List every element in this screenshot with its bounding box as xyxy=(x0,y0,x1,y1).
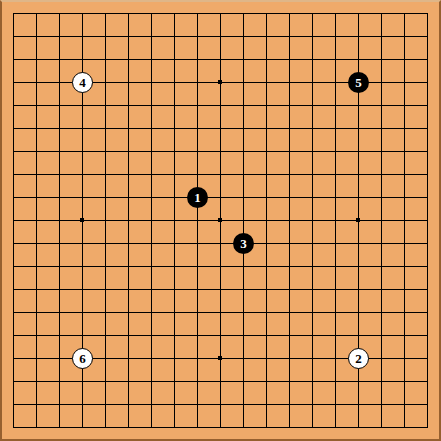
intersection-C3[interactable] xyxy=(48,370,71,393)
intersection-L15[interactable] xyxy=(232,94,255,117)
intersection-O9[interactable] xyxy=(301,232,324,255)
intersection-P4[interactable] xyxy=(324,347,347,370)
intersection-T16[interactable] xyxy=(416,71,439,94)
intersection-L12[interactable] xyxy=(232,163,255,186)
intersection-H11[interactable] xyxy=(163,186,186,209)
intersection-O10[interactable] xyxy=(301,209,324,232)
intersection-C9[interactable] xyxy=(48,232,71,255)
intersection-S3[interactable] xyxy=(393,370,416,393)
intersection-P13[interactable] xyxy=(324,140,347,163)
intersection-E6[interactable] xyxy=(94,301,117,324)
intersection-F4[interactable] xyxy=(117,347,140,370)
intersection-P15[interactable] xyxy=(324,94,347,117)
intersection-R11[interactable] xyxy=(370,186,393,209)
intersection-E18[interactable] xyxy=(94,25,117,48)
intersection-S2[interactable] xyxy=(393,393,416,416)
intersection-S10[interactable] xyxy=(393,209,416,232)
intersection-Q6[interactable] xyxy=(347,301,370,324)
intersection-A11[interactable] xyxy=(2,186,25,209)
intersection-L13[interactable] xyxy=(232,140,255,163)
intersection-J9[interactable] xyxy=(186,232,209,255)
intersection-F1[interactable] xyxy=(117,416,140,439)
intersection-D10[interactable] xyxy=(71,209,94,232)
intersection-B2[interactable] xyxy=(25,393,48,416)
intersection-K14[interactable] xyxy=(209,117,232,140)
intersection-A17[interactable] xyxy=(2,48,25,71)
intersection-P5[interactable] xyxy=(324,324,347,347)
intersection-M3[interactable] xyxy=(255,370,278,393)
intersection-M17[interactable] xyxy=(255,48,278,71)
intersection-R16[interactable] xyxy=(370,71,393,94)
intersection-J7[interactable] xyxy=(186,278,209,301)
intersection-B4[interactable] xyxy=(25,347,48,370)
intersection-J6[interactable] xyxy=(186,301,209,324)
intersection-C16[interactable] xyxy=(48,71,71,94)
intersection-D16[interactable]: 4 xyxy=(71,71,94,94)
intersection-G12[interactable] xyxy=(140,163,163,186)
intersection-Q1[interactable] xyxy=(347,416,370,439)
intersection-M14[interactable] xyxy=(255,117,278,140)
intersection-O5[interactable] xyxy=(301,324,324,347)
intersection-P12[interactable] xyxy=(324,163,347,186)
intersection-K3[interactable] xyxy=(209,370,232,393)
intersection-M12[interactable] xyxy=(255,163,278,186)
intersection-D3[interactable] xyxy=(71,370,94,393)
intersection-O15[interactable] xyxy=(301,94,324,117)
intersection-C7[interactable] xyxy=(48,278,71,301)
intersection-C17[interactable] xyxy=(48,48,71,71)
intersection-H18[interactable] xyxy=(163,25,186,48)
intersection-A19[interactable] xyxy=(2,2,25,25)
intersection-E16[interactable] xyxy=(94,71,117,94)
intersection-M2[interactable] xyxy=(255,393,278,416)
intersection-C5[interactable] xyxy=(48,324,71,347)
intersection-M4[interactable] xyxy=(255,347,278,370)
intersection-J19[interactable] xyxy=(186,2,209,25)
intersection-O17[interactable] xyxy=(301,48,324,71)
intersection-C4[interactable] xyxy=(48,347,71,370)
intersection-J18[interactable] xyxy=(186,25,209,48)
intersection-E19[interactable] xyxy=(94,2,117,25)
intersection-F5[interactable] xyxy=(117,324,140,347)
intersection-A6[interactable] xyxy=(2,301,25,324)
intersection-A3[interactable] xyxy=(2,370,25,393)
intersection-J2[interactable] xyxy=(186,393,209,416)
intersection-O13[interactable] xyxy=(301,140,324,163)
intersection-F17[interactable] xyxy=(117,48,140,71)
stone-black-5[interactable]: 5 xyxy=(348,72,369,93)
intersection-A8[interactable] xyxy=(2,255,25,278)
intersection-O8[interactable] xyxy=(301,255,324,278)
intersection-Q12[interactable] xyxy=(347,163,370,186)
intersection-Q2[interactable] xyxy=(347,393,370,416)
intersection-O14[interactable] xyxy=(301,117,324,140)
intersection-R19[interactable] xyxy=(370,2,393,25)
intersection-D19[interactable] xyxy=(71,2,94,25)
intersection-C6[interactable] xyxy=(48,301,71,324)
intersection-G3[interactable] xyxy=(140,370,163,393)
intersection-H17[interactable] xyxy=(163,48,186,71)
intersection-L1[interactable] xyxy=(232,416,255,439)
intersection-P19[interactable] xyxy=(324,2,347,25)
intersection-B3[interactable] xyxy=(25,370,48,393)
intersection-G9[interactable] xyxy=(140,232,163,255)
intersection-F18[interactable] xyxy=(117,25,140,48)
intersection-B5[interactable] xyxy=(25,324,48,347)
intersection-B18[interactable] xyxy=(25,25,48,48)
intersection-J14[interactable] xyxy=(186,117,209,140)
intersection-N2[interactable] xyxy=(278,393,301,416)
intersection-K13[interactable] xyxy=(209,140,232,163)
intersection-H16[interactable] xyxy=(163,71,186,94)
intersection-P18[interactable] xyxy=(324,25,347,48)
intersection-B7[interactable] xyxy=(25,278,48,301)
intersection-S16[interactable] xyxy=(393,71,416,94)
intersection-D18[interactable] xyxy=(71,25,94,48)
stone-white-2[interactable]: 2 xyxy=(348,348,369,369)
intersection-L17[interactable] xyxy=(232,48,255,71)
intersection-P1[interactable] xyxy=(324,416,347,439)
intersection-A10[interactable] xyxy=(2,209,25,232)
intersection-E9[interactable] xyxy=(94,232,117,255)
intersection-C11[interactable] xyxy=(48,186,71,209)
intersection-Q7[interactable] xyxy=(347,278,370,301)
intersection-F15[interactable] xyxy=(117,94,140,117)
intersection-D6[interactable] xyxy=(71,301,94,324)
intersection-Q19[interactable] xyxy=(347,2,370,25)
intersection-O11[interactable] xyxy=(301,186,324,209)
stone-white-4[interactable]: 4 xyxy=(72,72,93,93)
intersection-N11[interactable] xyxy=(278,186,301,209)
intersection-S15[interactable] xyxy=(393,94,416,117)
intersection-K12[interactable] xyxy=(209,163,232,186)
intersection-D14[interactable] xyxy=(71,117,94,140)
intersection-K2[interactable] xyxy=(209,393,232,416)
intersection-J15[interactable] xyxy=(186,94,209,117)
intersection-K10[interactable] xyxy=(209,209,232,232)
intersection-E7[interactable] xyxy=(94,278,117,301)
intersection-J13[interactable] xyxy=(186,140,209,163)
intersection-O1[interactable] xyxy=(301,416,324,439)
intersection-A15[interactable] xyxy=(2,94,25,117)
intersection-L16[interactable] xyxy=(232,71,255,94)
intersection-P7[interactable] xyxy=(324,278,347,301)
intersection-A7[interactable] xyxy=(2,278,25,301)
intersection-D7[interactable] xyxy=(71,278,94,301)
intersection-T14[interactable] xyxy=(416,117,439,140)
intersection-K6[interactable] xyxy=(209,301,232,324)
intersection-K11[interactable] xyxy=(209,186,232,209)
intersection-P11[interactable] xyxy=(324,186,347,209)
intersection-O19[interactable] xyxy=(301,2,324,25)
intersection-A13[interactable] xyxy=(2,140,25,163)
intersection-B11[interactable] xyxy=(25,186,48,209)
intersection-Q15[interactable] xyxy=(347,94,370,117)
intersection-S12[interactable] xyxy=(393,163,416,186)
intersection-P2[interactable] xyxy=(324,393,347,416)
intersection-O2[interactable] xyxy=(301,393,324,416)
intersection-L19[interactable] xyxy=(232,2,255,25)
intersection-S1[interactable] xyxy=(393,416,416,439)
intersection-H9[interactable] xyxy=(163,232,186,255)
intersection-R1[interactable] xyxy=(370,416,393,439)
intersection-P16[interactable] xyxy=(324,71,347,94)
intersection-K5[interactable] xyxy=(209,324,232,347)
intersection-E8[interactable] xyxy=(94,255,117,278)
intersection-P10[interactable] xyxy=(324,209,347,232)
intersection-J5[interactable] xyxy=(186,324,209,347)
intersection-N18[interactable] xyxy=(278,25,301,48)
intersection-R18[interactable] xyxy=(370,25,393,48)
intersection-G7[interactable] xyxy=(140,278,163,301)
intersection-M7[interactable] xyxy=(255,278,278,301)
intersection-H2[interactable] xyxy=(163,393,186,416)
intersection-P6[interactable] xyxy=(324,301,347,324)
intersection-T15[interactable] xyxy=(416,94,439,117)
intersection-K8[interactable] xyxy=(209,255,232,278)
intersection-R5[interactable] xyxy=(370,324,393,347)
intersection-N15[interactable] xyxy=(278,94,301,117)
intersection-E4[interactable] xyxy=(94,347,117,370)
intersection-B19[interactable] xyxy=(25,2,48,25)
intersection-N12[interactable] xyxy=(278,163,301,186)
intersection-N9[interactable] xyxy=(278,232,301,255)
intersection-C13[interactable] xyxy=(48,140,71,163)
intersection-R4[interactable] xyxy=(370,347,393,370)
intersection-K15[interactable] xyxy=(209,94,232,117)
intersection-G5[interactable] xyxy=(140,324,163,347)
intersection-F3[interactable] xyxy=(117,370,140,393)
intersection-H1[interactable] xyxy=(163,416,186,439)
intersection-J11[interactable]: 1 xyxy=(186,186,209,209)
intersection-F16[interactable] xyxy=(117,71,140,94)
intersection-Q16[interactable]: 5 xyxy=(347,71,370,94)
intersection-T5[interactable] xyxy=(416,324,439,347)
intersection-G4[interactable] xyxy=(140,347,163,370)
intersection-A2[interactable] xyxy=(2,393,25,416)
stone-black-3[interactable]: 3 xyxy=(233,233,254,254)
intersection-C15[interactable] xyxy=(48,94,71,117)
intersection-A14[interactable] xyxy=(2,117,25,140)
intersection-S7[interactable] xyxy=(393,278,416,301)
intersection-P9[interactable] xyxy=(324,232,347,255)
intersection-J8[interactable] xyxy=(186,255,209,278)
intersection-M18[interactable] xyxy=(255,25,278,48)
intersection-F2[interactable] xyxy=(117,393,140,416)
intersection-C2[interactable] xyxy=(48,393,71,416)
intersection-Q11[interactable] xyxy=(347,186,370,209)
intersection-O18[interactable] xyxy=(301,25,324,48)
intersection-Q3[interactable] xyxy=(347,370,370,393)
intersection-F19[interactable] xyxy=(117,2,140,25)
intersection-G14[interactable] xyxy=(140,117,163,140)
intersection-M6[interactable] xyxy=(255,301,278,324)
intersection-S17[interactable] xyxy=(393,48,416,71)
intersection-E14[interactable] xyxy=(94,117,117,140)
intersection-F13[interactable] xyxy=(117,140,140,163)
intersection-Q13[interactable] xyxy=(347,140,370,163)
intersection-Q18[interactable] xyxy=(347,25,370,48)
intersection-M9[interactable] xyxy=(255,232,278,255)
intersection-N14[interactable] xyxy=(278,117,301,140)
intersection-E1[interactable] xyxy=(94,416,117,439)
intersection-G6[interactable] xyxy=(140,301,163,324)
intersection-K18[interactable] xyxy=(209,25,232,48)
intersection-L8[interactable] xyxy=(232,255,255,278)
intersection-R2[interactable] xyxy=(370,393,393,416)
intersection-M5[interactable] xyxy=(255,324,278,347)
intersection-M1[interactable] xyxy=(255,416,278,439)
intersection-R14[interactable] xyxy=(370,117,393,140)
intersection-E17[interactable] xyxy=(94,48,117,71)
intersection-B14[interactable] xyxy=(25,117,48,140)
intersection-R7[interactable] xyxy=(370,278,393,301)
intersection-F7[interactable] xyxy=(117,278,140,301)
intersection-T12[interactable] xyxy=(416,163,439,186)
intersection-E3[interactable] xyxy=(94,370,117,393)
intersection-Q4[interactable]: 2 xyxy=(347,347,370,370)
intersection-O7[interactable] xyxy=(301,278,324,301)
intersection-F12[interactable] xyxy=(117,163,140,186)
intersection-K16[interactable] xyxy=(209,71,232,94)
intersection-A1[interactable] xyxy=(2,416,25,439)
intersection-Q14[interactable] xyxy=(347,117,370,140)
intersection-E10[interactable] xyxy=(94,209,117,232)
intersection-P14[interactable] xyxy=(324,117,347,140)
intersection-M16[interactable] xyxy=(255,71,278,94)
intersection-J12[interactable] xyxy=(186,163,209,186)
intersection-T9[interactable] xyxy=(416,232,439,255)
intersection-R8[interactable] xyxy=(370,255,393,278)
intersection-C14[interactable] xyxy=(48,117,71,140)
intersection-E15[interactable] xyxy=(94,94,117,117)
intersection-D13[interactable] xyxy=(71,140,94,163)
intersection-D11[interactable] xyxy=(71,186,94,209)
intersection-C18[interactable] xyxy=(48,25,71,48)
intersection-R12[interactable] xyxy=(370,163,393,186)
intersection-N5[interactable] xyxy=(278,324,301,347)
intersection-L2[interactable] xyxy=(232,393,255,416)
intersection-D17[interactable] xyxy=(71,48,94,71)
intersection-T2[interactable] xyxy=(416,393,439,416)
intersection-N8[interactable] xyxy=(278,255,301,278)
intersection-O4[interactable] xyxy=(301,347,324,370)
intersection-C19[interactable] xyxy=(48,2,71,25)
intersection-S6[interactable] xyxy=(393,301,416,324)
intersection-D8[interactable] xyxy=(71,255,94,278)
intersection-B15[interactable] xyxy=(25,94,48,117)
intersection-J16[interactable] xyxy=(186,71,209,94)
intersection-O6[interactable] xyxy=(301,301,324,324)
intersection-O16[interactable] xyxy=(301,71,324,94)
intersection-H4[interactable] xyxy=(163,347,186,370)
intersection-N19[interactable] xyxy=(278,2,301,25)
intersection-S19[interactable] xyxy=(393,2,416,25)
intersection-N3[interactable] xyxy=(278,370,301,393)
intersection-K19[interactable] xyxy=(209,2,232,25)
intersection-T13[interactable] xyxy=(416,140,439,163)
intersection-S4[interactable] xyxy=(393,347,416,370)
intersection-H3[interactable] xyxy=(163,370,186,393)
intersection-G1[interactable] xyxy=(140,416,163,439)
intersection-A18[interactable] xyxy=(2,25,25,48)
intersection-B13[interactable] xyxy=(25,140,48,163)
intersection-P17[interactable] xyxy=(324,48,347,71)
intersection-R3[interactable] xyxy=(370,370,393,393)
stone-white-6[interactable]: 6 xyxy=(72,348,93,369)
intersection-F8[interactable] xyxy=(117,255,140,278)
intersection-F9[interactable] xyxy=(117,232,140,255)
intersection-H14[interactable] xyxy=(163,117,186,140)
intersection-S11[interactable] xyxy=(393,186,416,209)
intersection-H15[interactable] xyxy=(163,94,186,117)
intersection-H10[interactable] xyxy=(163,209,186,232)
intersection-N1[interactable] xyxy=(278,416,301,439)
intersection-G11[interactable] xyxy=(140,186,163,209)
intersection-L4[interactable] xyxy=(232,347,255,370)
intersection-L6[interactable] xyxy=(232,301,255,324)
intersection-R17[interactable] xyxy=(370,48,393,71)
intersection-N17[interactable] xyxy=(278,48,301,71)
intersection-M8[interactable] xyxy=(255,255,278,278)
intersection-C12[interactable] xyxy=(48,163,71,186)
intersection-R15[interactable] xyxy=(370,94,393,117)
intersection-B1[interactable] xyxy=(25,416,48,439)
intersection-O3[interactable] xyxy=(301,370,324,393)
intersection-B6[interactable] xyxy=(25,301,48,324)
intersection-G17[interactable] xyxy=(140,48,163,71)
intersection-Q5[interactable] xyxy=(347,324,370,347)
intersection-N13[interactable] xyxy=(278,140,301,163)
intersection-L5[interactable] xyxy=(232,324,255,347)
intersection-T10[interactable] xyxy=(416,209,439,232)
intersection-F6[interactable] xyxy=(117,301,140,324)
intersection-D12[interactable] xyxy=(71,163,94,186)
intersection-T6[interactable] xyxy=(416,301,439,324)
intersection-C1[interactable] xyxy=(48,416,71,439)
intersection-T8[interactable] xyxy=(416,255,439,278)
intersection-E11[interactable] xyxy=(94,186,117,209)
intersection-K1[interactable] xyxy=(209,416,232,439)
intersection-C10[interactable] xyxy=(48,209,71,232)
intersection-L14[interactable] xyxy=(232,117,255,140)
intersection-N6[interactable] xyxy=(278,301,301,324)
intersection-H6[interactable] xyxy=(163,301,186,324)
intersection-O12[interactable] xyxy=(301,163,324,186)
intersection-G2[interactable] xyxy=(140,393,163,416)
intersection-C8[interactable] xyxy=(48,255,71,278)
intersection-Q9[interactable] xyxy=(347,232,370,255)
intersection-F10[interactable] xyxy=(117,209,140,232)
intersection-R13[interactable] xyxy=(370,140,393,163)
intersection-D5[interactable] xyxy=(71,324,94,347)
intersection-S14[interactable] xyxy=(393,117,416,140)
intersection-M15[interactable] xyxy=(255,94,278,117)
intersection-J3[interactable] xyxy=(186,370,209,393)
intersection-R9[interactable] xyxy=(370,232,393,255)
intersection-B9[interactable] xyxy=(25,232,48,255)
intersection-N10[interactable] xyxy=(278,209,301,232)
intersection-H7[interactable] xyxy=(163,278,186,301)
intersection-S18[interactable] xyxy=(393,25,416,48)
intersection-G15[interactable] xyxy=(140,94,163,117)
intersection-L10[interactable] xyxy=(232,209,255,232)
intersection-G16[interactable] xyxy=(140,71,163,94)
intersection-N4[interactable] xyxy=(278,347,301,370)
intersection-H12[interactable] xyxy=(163,163,186,186)
intersection-G19[interactable] xyxy=(140,2,163,25)
intersection-L7[interactable] xyxy=(232,278,255,301)
